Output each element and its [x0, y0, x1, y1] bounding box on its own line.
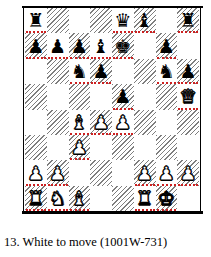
- square-f7[interactable]: [134, 33, 156, 58]
- square-g1[interactable]: ♚: [156, 186, 178, 211]
- square-e5[interactable]: ♟: [112, 84, 134, 109]
- board-bottom-rule: [22, 211, 203, 214]
- black-pawn: ♟: [180, 62, 197, 81]
- square-e6[interactable]: [112, 59, 134, 84]
- black-pawn: ♟: [93, 62, 110, 81]
- square-a5[interactable]: [25, 84, 47, 109]
- square-e2[interactable]: [112, 160, 134, 185]
- square-b3[interactable]: [47, 135, 69, 160]
- white-pawn: ♟: [114, 113, 131, 132]
- square-d6[interactable]: ♟: [90, 59, 112, 84]
- white-bishop: ♝: [71, 189, 88, 208]
- square-f3[interactable]: [134, 135, 156, 160]
- white-rook: ♜: [27, 189, 44, 208]
- square-b4[interactable]: [47, 110, 69, 135]
- square-d1[interactable]: [90, 186, 112, 211]
- square-f4[interactable]: [134, 110, 156, 135]
- square-c2[interactable]: [69, 160, 91, 185]
- white-pawn: ♟: [49, 164, 66, 183]
- black-bishop: ♝: [136, 11, 153, 30]
- square-g6[interactable]: ♞: [156, 59, 178, 84]
- white-pawn: ♟: [158, 164, 175, 183]
- black-knight: ♞: [71, 62, 88, 81]
- square-b5[interactable]: [47, 84, 69, 109]
- square-c1[interactable]: ♝: [69, 186, 91, 211]
- square-a2[interactable]: ♟: [25, 160, 47, 185]
- black-knight: ♞: [158, 62, 175, 81]
- white-pawn: ♟: [136, 164, 153, 183]
- square-b1[interactable]: ♞: [47, 186, 69, 211]
- white-rook: ♜: [136, 189, 153, 208]
- square-g8[interactable]: [156, 8, 178, 33]
- black-queen: ♛: [114, 11, 131, 30]
- white-knight: ♞: [49, 189, 66, 208]
- white-pawn: ♟: [93, 113, 110, 132]
- black-pawn: ♟: [49, 37, 66, 56]
- square-d7[interactable]: ♝: [90, 33, 112, 58]
- square-e1[interactable]: [112, 186, 134, 211]
- black-rook: ♜: [180, 11, 197, 30]
- square-b7[interactable]: ♟: [47, 33, 69, 58]
- square-f8[interactable]: ♝: [134, 8, 156, 33]
- square-a7[interactable]: ♟: [25, 33, 47, 58]
- square-a6[interactable]: [25, 59, 47, 84]
- square-d3[interactable]: [90, 135, 112, 160]
- square-a3[interactable]: [25, 135, 47, 160]
- square-g5[interactable]: [156, 84, 178, 109]
- white-bishop: ♝: [71, 113, 88, 132]
- square-h4[interactable]: [177, 110, 199, 135]
- square-h7[interactable]: [177, 33, 199, 58]
- square-h1[interactable]: [177, 186, 199, 211]
- square-g4[interactable]: [156, 110, 178, 135]
- black-bishop: ♝: [93, 37, 110, 56]
- white-pawn: ♟: [180, 164, 197, 183]
- white-pawn: ♟: [71, 138, 88, 157]
- chess-diagram-page: ♜♛♝♜♟♟♟♝♚♟♞♟♞♟♟♛♝♟♟♟♟♟♟♟♟♜♞♝♜♚ 13. White…: [0, 0, 211, 257]
- square-b8[interactable]: [47, 8, 69, 33]
- white-pawn: ♟: [27, 164, 44, 183]
- square-b2[interactable]: ♟: [47, 160, 69, 185]
- square-h8[interactable]: ♜: [177, 8, 199, 33]
- diagram-caption: 13. White to move (1001W-731): [4, 235, 167, 250]
- square-f5[interactable]: [134, 84, 156, 109]
- square-a4[interactable]: [25, 110, 47, 135]
- square-d2[interactable]: [90, 160, 112, 185]
- square-e7[interactable]: ♚: [112, 33, 134, 58]
- square-b6[interactable]: [47, 59, 69, 84]
- square-g3[interactable]: [156, 135, 178, 160]
- square-h6[interactable]: ♟: [177, 59, 199, 84]
- square-d8[interactable]: [90, 8, 112, 33]
- white-queen: ♛: [180, 87, 197, 106]
- board-left-rule: [23, 8, 24, 211]
- black-rook: ♜: [27, 11, 44, 30]
- square-a1[interactable]: ♜: [25, 186, 47, 211]
- black-pawn: ♟: [114, 87, 131, 106]
- black-pawn: ♟: [71, 37, 88, 56]
- chess-board: ♜♛♝♜♟♟♟♝♚♟♞♟♞♟♟♛♝♟♟♟♟♟♟♟♟♜♞♝♜♚: [25, 8, 199, 211]
- square-f1[interactable]: ♜: [134, 186, 156, 211]
- square-e8[interactable]: ♛: [112, 8, 134, 33]
- square-e3[interactable]: [112, 135, 134, 160]
- square-h2[interactable]: ♟: [177, 160, 199, 185]
- white-king: ♚: [158, 189, 175, 208]
- square-c8[interactable]: [69, 8, 91, 33]
- square-c4[interactable]: ♝: [69, 110, 91, 135]
- square-d5[interactable]: [90, 84, 112, 109]
- square-d4[interactable]: ♟: [90, 110, 112, 135]
- square-e4[interactable]: ♟: [112, 110, 134, 135]
- square-f2[interactable]: ♟: [134, 160, 156, 185]
- square-h3[interactable]: [177, 135, 199, 160]
- black-pawn: ♟: [158, 37, 175, 56]
- board-right-rule: [200, 8, 201, 211]
- square-c5[interactable]: [69, 84, 91, 109]
- square-h5[interactable]: ♛: [177, 84, 199, 109]
- square-g7[interactable]: ♟: [156, 33, 178, 58]
- black-pawn: ♟: [27, 37, 44, 56]
- square-c3[interactable]: ♟: [69, 135, 91, 160]
- black-king: ♚: [114, 37, 131, 56]
- square-a8[interactable]: ♜: [25, 8, 47, 33]
- square-c6[interactable]: ♞: [69, 59, 91, 84]
- square-c7[interactable]: ♟: [69, 33, 91, 58]
- square-f6[interactable]: [134, 59, 156, 84]
- square-g2[interactable]: ♟: [156, 160, 178, 185]
